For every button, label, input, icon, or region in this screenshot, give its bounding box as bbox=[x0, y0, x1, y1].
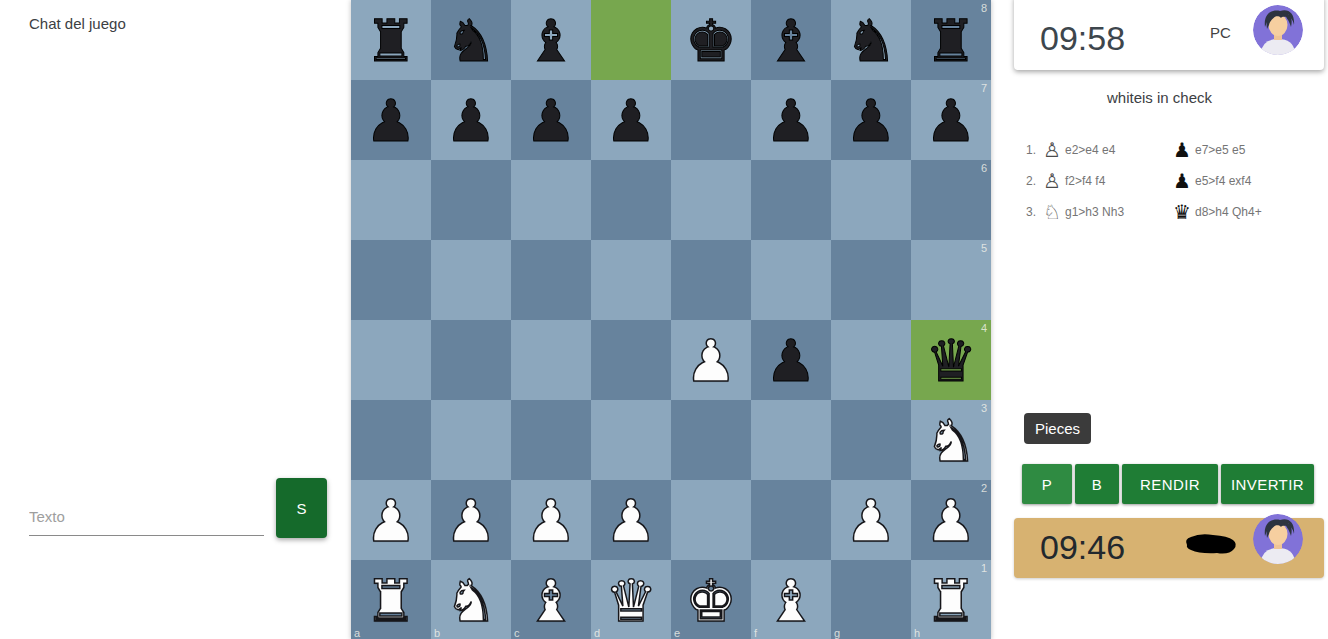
square-b2[interactable]: ♟ bbox=[431, 480, 511, 560]
game-status-text: whiteis in check bbox=[991, 89, 1328, 106]
square-f8[interactable]: ♝ bbox=[751, 0, 831, 80]
square-c1[interactable]: ♝c bbox=[511, 560, 591, 639]
piece-black-pawn[interactable]: ♟ bbox=[911, 80, 991, 160]
chat-message-input[interactable] bbox=[29, 498, 264, 536]
white-move-text[interactable]: e2>e4 e4 bbox=[1065, 143, 1173, 157]
square-g3[interactable] bbox=[831, 400, 911, 480]
scribbled-player-name bbox=[1182, 528, 1240, 564]
square-b8[interactable]: ♞ bbox=[431, 0, 511, 80]
rank-label-3: 3 bbox=[981, 402, 987, 414]
white-pawn-icon: ♙ bbox=[1043, 171, 1065, 191]
move-number: 1. bbox=[1026, 143, 1043, 157]
black-move-text[interactable]: d8>h4 Qh4+ bbox=[1195, 205, 1328, 219]
rank-label-4: 4 bbox=[981, 322, 987, 334]
file-label-f: f bbox=[754, 627, 757, 639]
black-pawn-icon: ♟ bbox=[1173, 171, 1195, 191]
square-f6[interactable] bbox=[751, 160, 831, 240]
opponent-name: PC bbox=[1210, 24, 1231, 41]
square-h3[interactable]: ♞3 bbox=[911, 400, 991, 480]
square-a4[interactable] bbox=[351, 320, 431, 400]
piece-white-pawn[interactable]: ♟ bbox=[831, 480, 911, 560]
square-a1[interactable]: ♜a bbox=[351, 560, 431, 639]
square-h7[interactable]: ♟7 bbox=[911, 80, 991, 160]
button-invertir[interactable]: INVERTIR bbox=[1221, 464, 1314, 504]
rank-label-7: 7 bbox=[981, 82, 987, 94]
square-b6[interactable] bbox=[431, 160, 511, 240]
button-p[interactable]: P bbox=[1022, 464, 1072, 504]
piece-white-bishop[interactable]: ♝ bbox=[511, 560, 591, 639]
square-h8[interactable]: ♜8 bbox=[911, 0, 991, 80]
move-row: 2.♙f2>f4 f4♟e5>f4 exf4 bbox=[991, 165, 1328, 196]
rank-label-2: 2 bbox=[981, 482, 987, 494]
square-e5[interactable] bbox=[671, 240, 751, 320]
square-g1[interactable]: g bbox=[831, 560, 911, 639]
piece-white-knight[interactable]: ♞ bbox=[911, 400, 991, 480]
square-d4[interactable] bbox=[591, 320, 671, 400]
white-move-text[interactable]: g1>h3 Nh3 bbox=[1065, 205, 1173, 219]
piece-black-pawn[interactable]: ♟ bbox=[431, 80, 511, 160]
piece-black-pawn[interactable]: ♟ bbox=[831, 80, 911, 160]
square-f1[interactable]: ♝f bbox=[751, 560, 831, 639]
black-move-text[interactable]: e7>e5 e5 bbox=[1195, 143, 1328, 157]
file-label-g: g bbox=[834, 627, 840, 639]
square-e2[interactable] bbox=[671, 480, 751, 560]
chess-board: ♜♞♝♚♝♞♜8♟♟♟♟♟♟♟765♟♟♛4♞3♟♟♟♟♟♟2♜a♞b♝c♛d♚… bbox=[351, 0, 991, 639]
black-move-text[interactable]: e5>f4 exf4 bbox=[1195, 174, 1328, 188]
square-h6[interactable]: 6 bbox=[911, 160, 991, 240]
piece-white-pawn[interactable]: ♟ bbox=[591, 480, 671, 560]
chess-app: Chat del juego S ♜♞♝♚♝♞♜8♟♟♟♟♟♟♟765♟♟♛4♞… bbox=[0, 0, 1328, 639]
action-buttons: PBRENDIRINVERTIR bbox=[1022, 464, 1314, 504]
square-b4[interactable] bbox=[431, 320, 511, 400]
square-g7[interactable]: ♟ bbox=[831, 80, 911, 160]
square-b5[interactable] bbox=[431, 240, 511, 320]
piece-black-pawn[interactable]: ♟ bbox=[751, 320, 831, 400]
square-e6[interactable] bbox=[671, 160, 751, 240]
file-label-b: b bbox=[434, 627, 440, 639]
opponent-clock-card: 09:58 PC bbox=[1014, 0, 1324, 70]
piece-black-bishop[interactable]: ♝ bbox=[751, 0, 831, 80]
move-row: 1.♙e2>e4 e4♟e7>e5 e5 bbox=[991, 134, 1328, 165]
button-rendir[interactable]: RENDIR bbox=[1122, 464, 1218, 504]
square-a2[interactable]: ♟ bbox=[351, 480, 431, 560]
piece-white-pawn[interactable]: ♟ bbox=[351, 480, 431, 560]
square-d3[interactable] bbox=[591, 400, 671, 480]
square-b1[interactable]: ♞b bbox=[431, 560, 511, 639]
square-e4[interactable]: ♟ bbox=[671, 320, 751, 400]
button-b[interactable]: B bbox=[1075, 464, 1119, 504]
rank-label-8: 8 bbox=[981, 2, 987, 14]
move-list: 1.♙e2>e4 e4♟e7>e5 e52.♙f2>f4 f4♟e5>f4 ex… bbox=[991, 134, 1328, 227]
piece-white-king[interactable]: ♚ bbox=[671, 560, 751, 639]
square-d8[interactable] bbox=[591, 0, 671, 80]
square-e8[interactable]: ♚ bbox=[671, 0, 751, 80]
square-d6[interactable] bbox=[591, 160, 671, 240]
square-a7[interactable]: ♟ bbox=[351, 80, 431, 160]
file-label-e: e bbox=[674, 627, 680, 639]
chat-send-button[interactable]: S bbox=[276, 478, 327, 538]
square-h4[interactable]: ♛4 bbox=[911, 320, 991, 400]
move-number: 2. bbox=[1026, 174, 1043, 188]
chat-title: Chat del juego bbox=[29, 15, 126, 32]
square-g6[interactable] bbox=[831, 160, 911, 240]
game-sidebar: 09:58 PC whiteis in check 1.♙e2>e4 e4♟e7… bbox=[991, 0, 1328, 639]
square-h2[interactable]: ♟2 bbox=[911, 480, 991, 560]
square-c3[interactable] bbox=[511, 400, 591, 480]
square-f3[interactable] bbox=[751, 400, 831, 480]
square-a6[interactable] bbox=[351, 160, 431, 240]
square-c8[interactable]: ♝ bbox=[511, 0, 591, 80]
piece-black-king[interactable]: ♚ bbox=[671, 0, 751, 80]
square-a5[interactable] bbox=[351, 240, 431, 320]
piece-white-bishop[interactable]: ♝ bbox=[751, 560, 831, 639]
piece-black-pawn[interactable]: ♟ bbox=[351, 80, 431, 160]
square-d7[interactable]: ♟ bbox=[591, 80, 671, 160]
square-b7[interactable]: ♟ bbox=[431, 80, 511, 160]
move-number: 3. bbox=[1026, 205, 1043, 219]
black-queen-icon: ♛ bbox=[1173, 202, 1195, 222]
file-label-a: a bbox=[354, 627, 360, 639]
square-c5[interactable] bbox=[511, 240, 591, 320]
square-f5[interactable] bbox=[751, 240, 831, 320]
rank-label-6: 6 bbox=[981, 162, 987, 174]
square-g4[interactable] bbox=[831, 320, 911, 400]
piece-black-rook[interactable]: ♜ bbox=[911, 0, 991, 80]
square-a3[interactable] bbox=[351, 400, 431, 480]
piece-white-rook[interactable]: ♜ bbox=[911, 560, 991, 639]
piece-black-pawn[interactable]: ♟ bbox=[511, 80, 591, 160]
piece-black-knight[interactable]: ♞ bbox=[831, 0, 911, 80]
square-h1[interactable]: ♜1h bbox=[911, 560, 991, 639]
piece-black-knight[interactable]: ♞ bbox=[431, 0, 511, 80]
piece-black-pawn[interactable]: ♟ bbox=[591, 80, 671, 160]
opponent-clock: 09:58 bbox=[1040, 19, 1125, 58]
player-clock-card: 09:46 bbox=[1014, 518, 1324, 578]
square-g5[interactable] bbox=[831, 240, 911, 320]
rank-label-5: 5 bbox=[981, 242, 987, 254]
piece-black-queen[interactable]: ♛ bbox=[911, 320, 991, 400]
white-knight-icon: ♘ bbox=[1043, 202, 1065, 222]
game-chat-panel: Chat del juego S bbox=[0, 0, 350, 639]
square-c2[interactable]: ♟ bbox=[511, 480, 591, 560]
square-d2[interactable]: ♟ bbox=[591, 480, 671, 560]
pieces-tooltip: Pieces bbox=[1024, 413, 1091, 444]
move-row: 3.♘g1>h3 Nh3♛d8>h4 Qh4+ bbox=[991, 196, 1328, 227]
square-e7[interactable] bbox=[671, 80, 751, 160]
square-c4[interactable] bbox=[511, 320, 591, 400]
piece-black-pawn[interactable]: ♟ bbox=[751, 80, 831, 160]
player-avatar-icon bbox=[1253, 514, 1303, 564]
piece-white-queen[interactable]: ♛ bbox=[591, 560, 671, 639]
square-h5[interactable]: 5 bbox=[911, 240, 991, 320]
piece-white-pawn[interactable]: ♟ bbox=[511, 480, 591, 560]
white-move-text[interactable]: f2>f4 f4 bbox=[1065, 174, 1173, 188]
square-b3[interactable] bbox=[431, 400, 511, 480]
square-a8[interactable]: ♜ bbox=[351, 0, 431, 80]
piece-black-rook[interactable]: ♜ bbox=[351, 0, 431, 80]
square-c6[interactable] bbox=[511, 160, 591, 240]
piece-white-rook[interactable]: ♜ bbox=[351, 560, 431, 639]
piece-black-bishop[interactable]: ♝ bbox=[511, 0, 591, 80]
piece-white-pawn[interactable]: ♟ bbox=[911, 480, 991, 560]
rank-label-1: 1 bbox=[981, 562, 987, 574]
square-g2[interactable]: ♟ bbox=[831, 480, 911, 560]
square-g8[interactable]: ♞ bbox=[831, 0, 911, 80]
square-f4[interactable]: ♟ bbox=[751, 320, 831, 400]
square-d1[interactable]: ♛d bbox=[591, 560, 671, 639]
piece-white-pawn[interactable]: ♟ bbox=[431, 480, 511, 560]
square-d5[interactable] bbox=[591, 240, 671, 320]
opponent-avatar-icon bbox=[1253, 5, 1303, 55]
player-clock: 09:46 bbox=[1040, 528, 1125, 567]
square-c7[interactable]: ♟ bbox=[511, 80, 591, 160]
square-f7[interactable]: ♟ bbox=[751, 80, 831, 160]
file-label-h: h bbox=[914, 627, 920, 639]
piece-white-pawn[interactable]: ♟ bbox=[671, 320, 751, 400]
file-label-c: c bbox=[514, 627, 520, 639]
piece-white-knight[interactable]: ♞ bbox=[431, 560, 511, 639]
black-pawn-icon: ♟ bbox=[1173, 140, 1195, 160]
file-label-d: d bbox=[594, 627, 600, 639]
square-e1[interactable]: ♚e bbox=[671, 560, 751, 639]
square-f2[interactable] bbox=[751, 480, 831, 560]
square-e3[interactable] bbox=[671, 400, 751, 480]
white-pawn-icon: ♙ bbox=[1043, 140, 1065, 160]
